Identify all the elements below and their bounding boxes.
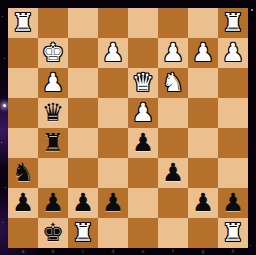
file-label-h: h (218, 248, 248, 255)
square-a5[interactable] (8, 98, 38, 128)
square-e8[interactable] (128, 8, 158, 38)
square-a8[interactable]: ♜ (8, 8, 38, 38)
square-d6[interactable] (98, 68, 128, 98)
square-f7[interactable]: ♟ (158, 38, 188, 68)
white-rook[interactable]: ♜ (222, 218, 244, 248)
square-h3[interactable] (218, 158, 248, 188)
file-label-e: e (128, 248, 158, 255)
square-c1[interactable]: ♜ (68, 218, 98, 248)
square-d3[interactable] (98, 158, 128, 188)
white-rook[interactable]: ♜ (222, 8, 244, 38)
square-d8[interactable] (98, 8, 128, 38)
black-pawn[interactable]: ♟ (12, 188, 34, 218)
square-f2[interactable] (158, 188, 188, 218)
file-label-c: c (68, 248, 98, 255)
square-h2[interactable]: ♟ (218, 188, 248, 218)
chess-app-background: { "game": "chess", "position": { "fen": … (0, 0, 256, 255)
square-b8[interactable] (38, 8, 68, 38)
square-c8[interactable] (68, 8, 98, 38)
square-h1[interactable]: ♜ (218, 218, 248, 248)
square-c2[interactable]: ♟ (68, 188, 98, 218)
black-pawn[interactable]: ♟ (192, 188, 214, 218)
square-b3[interactable] (38, 158, 68, 188)
square-f5[interactable] (158, 98, 188, 128)
black-rook[interactable]: ♜ (42, 128, 64, 158)
white-king[interactable]: ♚ (42, 38, 64, 68)
square-e4[interactable]: ♟ (128, 128, 158, 158)
white-queen[interactable]: ♛ (132, 68, 154, 98)
square-f3[interactable]: ♟ (158, 158, 188, 188)
square-b2[interactable]: ♟ (38, 188, 68, 218)
star (250, 245, 251, 246)
white-rook[interactable]: ♜ (72, 218, 94, 248)
square-b4[interactable]: ♜ (38, 128, 68, 158)
square-g3[interactable] (188, 158, 218, 188)
square-a3[interactable]: ♞ (8, 158, 38, 188)
square-f6[interactable]: ♞ (158, 68, 188, 98)
square-h6[interactable] (218, 68, 248, 98)
square-d1[interactable] (98, 218, 128, 248)
square-e3[interactable] (128, 158, 158, 188)
black-king[interactable]: ♚ (42, 218, 64, 248)
star (4, 58, 5, 59)
square-f4[interactable] (158, 128, 188, 158)
square-c3[interactable] (68, 158, 98, 188)
white-pawn[interactable]: ♟ (102, 38, 124, 68)
star (2, 16, 3, 17)
star (2, 222, 3, 223)
square-h8[interactable]: ♜ (218, 8, 248, 38)
square-f8[interactable] (158, 8, 188, 38)
square-c4[interactable] (68, 128, 98, 158)
square-g5[interactable] (188, 98, 218, 128)
white-knight[interactable]: ♞ (162, 68, 184, 98)
square-g2[interactable]: ♟ (188, 188, 218, 218)
square-g8[interactable] (188, 8, 218, 38)
chess-board: ♜♜♚♟♟♟♟♟♛♞♛♟♜♟♞♟♟♟♟♟♟♟♚♜♜ (8, 8, 248, 248)
square-h7[interactable]: ♟ (218, 38, 248, 68)
black-knight[interactable]: ♞ (12, 158, 34, 188)
black-queen[interactable]: ♛ (42, 98, 64, 128)
square-f1[interactable] (158, 218, 188, 248)
white-pawn[interactable]: ♟ (192, 38, 214, 68)
square-a1[interactable] (8, 218, 38, 248)
black-pawn[interactable]: ♟ (222, 188, 244, 218)
square-g6[interactable] (188, 68, 218, 98)
square-d2[interactable]: ♟ (98, 188, 128, 218)
black-pawn[interactable]: ♟ (132, 128, 154, 158)
black-pawn[interactable]: ♟ (162, 158, 184, 188)
square-g7[interactable]: ♟ (188, 38, 218, 68)
square-a2[interactable]: ♟ (8, 188, 38, 218)
black-pawn[interactable]: ♟ (72, 188, 94, 218)
square-b1[interactable]: ♚ (38, 218, 68, 248)
square-e2[interactable] (128, 188, 158, 218)
square-d5[interactable] (98, 98, 128, 128)
file-labels: abcdefgh (8, 248, 248, 255)
file-label-f: f (158, 248, 188, 255)
file-label-b: b (38, 248, 68, 255)
square-h5[interactable] (218, 98, 248, 128)
file-label-g: g (188, 248, 218, 255)
file-label-a: a (8, 248, 38, 255)
square-e6[interactable]: ♛ (128, 68, 158, 98)
square-c6[interactable] (68, 68, 98, 98)
square-g1[interactable] (188, 218, 218, 248)
square-b5[interactable]: ♛ (38, 98, 68, 128)
square-a7[interactable] (8, 38, 38, 68)
square-c5[interactable] (68, 98, 98, 128)
white-pawn[interactable]: ♟ (162, 38, 184, 68)
star (5, 187, 6, 188)
square-a6[interactable] (8, 68, 38, 98)
square-a4[interactable] (8, 128, 38, 158)
square-d4[interactable] (98, 128, 128, 158)
white-pawn[interactable]: ♟ (132, 98, 154, 128)
white-pawn[interactable]: ♟ (42, 68, 64, 98)
star (251, 9, 253, 11)
square-c7[interactable] (68, 38, 98, 68)
square-e7[interactable] (128, 38, 158, 68)
square-e1[interactable] (128, 218, 158, 248)
square-e5[interactable]: ♟ (128, 98, 158, 128)
black-pawn[interactable]: ♟ (42, 188, 64, 218)
star (1, 142, 2, 143)
star (3, 104, 6, 107)
square-b7[interactable]: ♚ (38, 38, 68, 68)
black-pawn[interactable]: ♟ (102, 188, 124, 218)
white-pawn[interactable]: ♟ (222, 38, 244, 68)
square-g4[interactable] (188, 128, 218, 158)
square-b6[interactable]: ♟ (38, 68, 68, 98)
white-rook[interactable]: ♜ (12, 8, 34, 38)
file-label-d: d (98, 248, 128, 255)
square-d7[interactable]: ♟ (98, 38, 128, 68)
square-h4[interactable] (218, 128, 248, 158)
